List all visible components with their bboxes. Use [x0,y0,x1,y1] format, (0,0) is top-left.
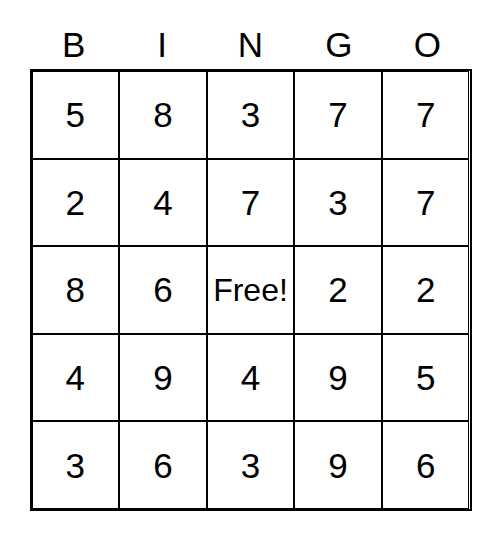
grid-cell-r2c4[interactable]: 2 [382,246,470,334]
grid-cell-r4c4[interactable]: 6 [382,421,470,509]
grid-cell-r0c0[interactable]: 5 [32,71,120,159]
bingo-grid: 5 8 3 7 7 2 4 7 3 7 8 6 Free! 2 2 4 9 4 … [30,69,472,511]
header-letter-o: O [383,20,471,62]
grid-cell-r0c2[interactable]: 3 [207,71,295,159]
header-letter-i: I [118,20,206,62]
grid-cell-r3c4[interactable]: 5 [382,334,470,422]
grid-cell-r2c0[interactable]: 8 [32,246,120,334]
grid-cell-r2c3[interactable]: 2 [294,246,382,334]
grid-cell-r3c0[interactable]: 4 [32,334,120,422]
grid-cell-r4c2[interactable]: 3 [207,421,295,509]
bingo-card: B I N G O 5 8 3 7 7 2 4 7 3 7 8 6 Free! … [30,0,472,511]
grid-cell-r0c4[interactable]: 7 [382,71,470,159]
grid-cell-r1c2[interactable]: 7 [207,159,295,247]
grid-cell-r3c2[interactable]: 4 [207,334,295,422]
grid-cell-r0c3[interactable]: 7 [294,71,382,159]
grid-cell-r1c0[interactable]: 2 [32,159,120,247]
free-cell[interactable]: Free! [207,246,295,334]
grid-cell-r2c1[interactable]: 6 [119,246,207,334]
grid-cell-r1c3[interactable]: 3 [294,159,382,247]
grid-cell-r1c1[interactable]: 4 [119,159,207,247]
grid-cell-r0c1[interactable]: 8 [119,71,207,159]
grid-cell-r1c4[interactable]: 7 [382,159,470,247]
bingo-header: B I N G O [30,20,472,62]
grid-cell-r4c3[interactable]: 9 [294,421,382,509]
grid-cell-r4c0[interactable]: 3 [32,421,120,509]
header-letter-g: G [295,20,383,62]
header-letter-b: B [30,20,118,62]
grid-cell-r3c1[interactable]: 9 [119,334,207,422]
header-letter-n: N [206,20,294,62]
grid-cell-r4c1[interactable]: 6 [119,421,207,509]
grid-cell-r3c3[interactable]: 9 [294,334,382,422]
